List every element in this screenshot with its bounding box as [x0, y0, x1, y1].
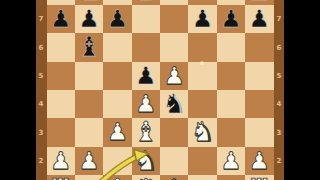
rank-label-right-3: 3 [274, 129, 284, 137]
rank-label-left-5: 5 [36, 72, 46, 80]
board-square [245, 62, 273, 90]
letterbox-left [0, 0, 36, 180]
board-square [103, 33, 131, 61]
chess-piece-white-knight-f3: ♞ [188, 118, 216, 146]
board-square [217, 33, 245, 61]
chess-piece-white-pawn-d4: ♟ [132, 90, 160, 118]
board-square [132, 33, 160, 61]
board-square [75, 118, 103, 146]
board-square [160, 5, 188, 33]
rank-label-right-2: 2 [274, 157, 284, 165]
chess-piece-white-pawn-a2: ♟ [47, 147, 75, 175]
chess-piece-black-pawn-a7: ♟ [47, 5, 75, 33]
chess-board-diagram: ♜♞♝♛♚♜♟♟♟♟♟♟♝♟♞♟♟♟♝♞♟♟♞♟♟♜♝♛♚♜ 776655443… [0, 0, 320, 180]
rank-label-right-4: 4 [274, 100, 284, 108]
board-square [245, 33, 273, 61]
chess-piece-white-bishop-c1: ♝ [103, 175, 131, 180]
chess-piece-black-pawn-b7: ♟ [75, 5, 103, 33]
chess-piece-white-pawn-b2: ♟ [75, 147, 103, 175]
rank-label-left-2: 2 [36, 157, 46, 165]
board-square [188, 175, 216, 180]
board-square [188, 33, 216, 61]
rank-label-left-3: 3 [36, 129, 46, 137]
chess-piece-white-pawn-c3: ♟ [103, 118, 131, 146]
chess-piece-white-queen-d1: ♛ [132, 175, 160, 180]
chess-piece-white-pawn-h2: ♟ [245, 147, 273, 175]
board-square [132, 5, 160, 33]
board-square [245, 118, 273, 146]
board-square [188, 147, 216, 175]
board-square [217, 175, 245, 180]
chess-piece-black-pawn-h7: ♟ [245, 5, 273, 33]
chess-piece-black-pawn-g7: ♟ [217, 5, 245, 33]
chess-piece-white-rook-a1: ♜ [47, 175, 75, 180]
chess-piece-white-rook-h1: ♜ [245, 175, 273, 180]
cursor-artifact-dot [200, 61, 204, 65]
board-square [75, 175, 103, 180]
chess-piece-black-pawn-d5: ♟ [132, 62, 160, 90]
rank-label-right-5: 5 [274, 72, 284, 80]
rank-label-left-7: 7 [36, 15, 46, 23]
chess-board: ♜♞♝♛♚♜♟♟♟♟♟♟♝♟♞♟♟♟♝♞♟♟♞♟♟♜♝♛♚♜ [47, 0, 274, 180]
board-square [160, 33, 188, 61]
chess-piece-black-knight-e4: ♞ [160, 90, 188, 118]
board-border: ♜♞♝♛♚♜♟♟♟♟♟♟♝♟♞♟♟♟♝♞♟♟♞♟♟♜♝♛♚♜ 776655443… [36, 0, 284, 180]
rank-label-right-7: 7 [274, 15, 284, 23]
chess-piece-white-knight-d2: ♞ [132, 147, 160, 175]
chess-piece-white-pawn-g2: ♟ [217, 147, 245, 175]
letterbox-right [284, 0, 320, 180]
board-square [217, 62, 245, 90]
board-square [160, 147, 188, 175]
board-square [217, 90, 245, 118]
chess-piece-white-pawn-e5: ♟ [160, 62, 188, 90]
board-square [188, 62, 216, 90]
chess-piece-black-king-e8: ♚ [160, 0, 188, 5]
board-square [103, 90, 131, 118]
board-square [160, 118, 188, 146]
board-square [217, 118, 245, 146]
board-square [75, 90, 103, 118]
board-square [75, 62, 103, 90]
board-square [188, 90, 216, 118]
board-square [103, 62, 131, 90]
rank-label-left-4: 4 [36, 100, 46, 108]
chess-piece-black-pawn-f7: ♟ [188, 5, 216, 33]
board-square [47, 33, 75, 61]
chess-piece-black-queen-d8: ♛ [132, 0, 160, 5]
board-square [47, 90, 75, 118]
chess-piece-white-bishop-d3: ♝ [132, 118, 160, 146]
rank-label-right-6: 6 [274, 44, 284, 52]
chess-piece-white-king-e1: ♚ [160, 175, 188, 180]
rank-label-left-6: 6 [36, 44, 46, 52]
chess-piece-black-bishop-b6: ♝ [75, 33, 103, 61]
board-square [47, 118, 75, 146]
chess-piece-black-pawn-c7: ♟ [103, 5, 131, 33]
board-square [245, 90, 273, 118]
board-square [103, 147, 131, 175]
board-square [47, 62, 75, 90]
